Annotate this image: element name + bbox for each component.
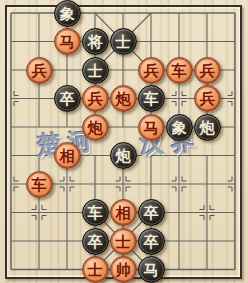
piece-red-general[interactable]: 帅 bbox=[110, 256, 137, 283]
piece-black-pawn[interactable]: 卒 bbox=[54, 85, 81, 112]
piece-red-elephant[interactable]: 相 bbox=[110, 199, 137, 226]
piece-red-horse[interactable]: 马 bbox=[138, 114, 165, 141]
piece-black-chariot[interactable]: 车 bbox=[138, 85, 165, 112]
piece-red-chariot[interactable]: 车 bbox=[166, 57, 193, 84]
piece-black-cannon[interactable]: 炮 bbox=[110, 142, 137, 169]
piece-red-pawn[interactable]: 兵 bbox=[26, 57, 53, 84]
xiangqi-board[interactable]: 楚河 汉界 象马将士兵士兵车兵卒兵炮车兵炮马象炮相炮车车相卒卒士卒士帅马 bbox=[0, 0, 248, 283]
piece-red-chariot[interactable]: 车 bbox=[26, 171, 53, 198]
piece-black-elephant[interactable]: 象 bbox=[54, 0, 81, 27]
piece-red-advisor[interactable]: 士 bbox=[82, 256, 109, 283]
piece-black-pawn[interactable]: 卒 bbox=[82, 228, 109, 255]
piece-red-cannon[interactable]: 炮 bbox=[82, 114, 109, 141]
piece-black-horse[interactable]: 马 bbox=[138, 256, 165, 283]
piece-black-cannon[interactable]: 炮 bbox=[194, 114, 221, 141]
piece-red-pawn[interactable]: 兵 bbox=[194, 85, 221, 112]
piece-red-horse[interactable]: 马 bbox=[54, 28, 81, 55]
piece-black-general[interactable]: 将 bbox=[82, 28, 109, 55]
piece-black-elephant[interactable]: 象 bbox=[166, 114, 193, 141]
piece-black-chariot[interactable]: 车 bbox=[82, 199, 109, 226]
piece-red-pawn[interactable]: 兵 bbox=[194, 57, 221, 84]
piece-red-pawn[interactable]: 兵 bbox=[82, 85, 109, 112]
piece-red-elephant[interactable]: 相 bbox=[54, 142, 81, 169]
piece-red-advisor[interactable]: 士 bbox=[110, 228, 137, 255]
piece-red-cannon[interactable]: 炮 bbox=[110, 85, 137, 112]
piece-black-advisor[interactable]: 士 bbox=[110, 28, 137, 55]
piece-black-advisor[interactable]: 士 bbox=[82, 57, 109, 84]
piece-black-pawn[interactable]: 卒 bbox=[138, 199, 165, 226]
piece-black-pawn[interactable]: 卒 bbox=[138, 228, 165, 255]
piece-red-pawn[interactable]: 兵 bbox=[138, 57, 165, 84]
